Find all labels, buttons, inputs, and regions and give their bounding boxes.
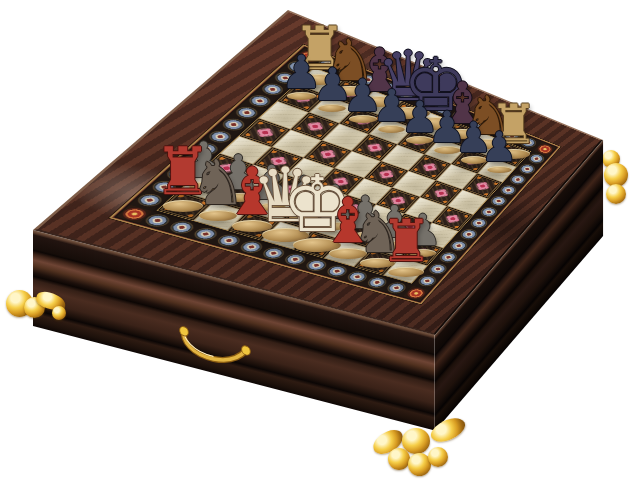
piece-black-pawn-h7[interactable]: ♟ [479, 127, 520, 173]
foot-lump [52, 306, 66, 320]
piece-white-rook-h1[interactable]: ♜ [377, 212, 435, 277]
foot-lump [388, 448, 410, 470]
foot-lump [606, 184, 626, 204]
foot-lump [428, 447, 448, 467]
gold-foot-front [372, 420, 470, 480]
black-pawn-glyph: ♟ [479, 127, 520, 168]
chess-set-photo: ♜♞♝♛♚♝♞♜♟♟♟♟♟♟♟♟♟♟♟♟♟♟♟♟♜♞♝♛♚♝♞♜ [0, 0, 640, 480]
gold-foot-left [6, 284, 70, 328]
drawer-handle [178, 324, 252, 377]
white-rook-glyph: ♜ [377, 212, 435, 270]
